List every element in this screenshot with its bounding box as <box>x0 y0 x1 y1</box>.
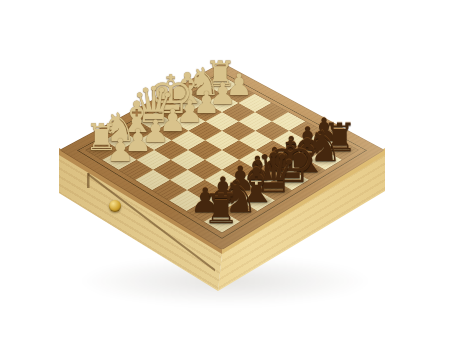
piece-black-rook-a8: ♜ <box>201 189 242 230</box>
piece-white-pawn-a2: ♟ <box>105 135 136 166</box>
pieces-layer: ♜♞♝♛♚♝♞♜♟♟♟♟♟♟♟♟♟♟♟♟♟♟♟♟♜♞♝♛♚♝♞♜ <box>0 0 450 338</box>
product-photo: ♜♞♝♛♚♝♞♜♟♟♟♟♟♟♟♟♟♟♟♟♟♟♟♟♜♞♝♛♚♝♞♜ <box>0 0 450 338</box>
